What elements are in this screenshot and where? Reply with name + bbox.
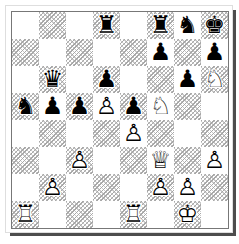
square-a6[interactable]	[12, 66, 39, 93]
piece-white-pawn-icon: ♙	[93, 93, 120, 120]
square-a2[interactable]	[12, 174, 39, 201]
square-d2[interactable]	[93, 174, 120, 201]
square-g5[interactable]	[174, 93, 201, 120]
piece-black-rook-icon: ♜	[147, 12, 174, 39]
square-e4[interactable]: ♟♙	[120, 120, 147, 147]
square-e3[interactable]	[120, 147, 147, 174]
square-h8[interactable]: ♚♚	[201, 12, 228, 39]
piece-black-pawn-icon: ♟	[201, 39, 228, 66]
square-g6[interactable]: ♟♟	[174, 66, 201, 93]
square-b2[interactable]: ♟♙	[39, 174, 66, 201]
square-c2[interactable]	[66, 174, 93, 201]
square-d3[interactable]	[93, 147, 120, 174]
diagram-frame: ♜♜♜♜♞♞♚♚♟♟♟♟♛♛♟♟♟♟♞♘♞♞♟♟♟♟♟♙♟♟♞♘♟♙♟♙♛♕♟♙…	[5, 5, 233, 233]
square-c8[interactable]	[66, 12, 93, 39]
piece-white-pawn-icon: ♙	[201, 147, 228, 174]
square-d6[interactable]: ♟♟	[93, 66, 120, 93]
piece-black-pawn-icon: ♟	[120, 93, 147, 120]
square-g7[interactable]	[174, 39, 201, 66]
square-b4[interactable]	[39, 120, 66, 147]
chess-diagram-page: ♜♜♜♜♞♞♚♚♟♟♟♟♛♛♟♟♟♟♞♘♞♞♟♟♟♟♟♙♟♟♞♘♟♙♟♙♛♕♟♙…	[0, 0, 239, 244]
piece-black-queen-icon: ♛	[39, 66, 66, 93]
square-a3[interactable]	[12, 147, 39, 174]
piece-white-knight-icon: ♘	[201, 66, 228, 93]
piece-white-rook-icon: ♖	[12, 201, 39, 228]
square-g2[interactable]: ♟♙	[174, 174, 201, 201]
square-f5[interactable]: ♞♘	[147, 93, 174, 120]
chess-board[interactable]: ♜♜♜♜♞♞♚♚♟♟♟♟♛♛♟♟♟♟♞♘♞♞♟♟♟♟♟♙♟♟♞♘♟♙♟♙♛♕♟♙…	[11, 11, 229, 229]
square-f4[interactable]	[147, 120, 174, 147]
square-f7[interactable]: ♟♟	[147, 39, 174, 66]
square-f8[interactable]: ♜♜	[147, 12, 174, 39]
piece-black-pawn-icon: ♟	[93, 66, 120, 93]
square-f6[interactable]	[147, 66, 174, 93]
square-e7[interactable]	[120, 39, 147, 66]
square-h6[interactable]: ♞♘	[201, 66, 228, 93]
square-f2[interactable]: ♟♙	[147, 174, 174, 201]
square-g4[interactable]	[174, 120, 201, 147]
square-h1[interactable]	[201, 201, 228, 228]
piece-black-pawn-icon: ♟	[174, 66, 201, 93]
square-a1[interactable]: ♜♖	[12, 201, 39, 228]
square-b1[interactable]	[39, 201, 66, 228]
piece-white-pawn-icon: ♙	[174, 174, 201, 201]
square-b6[interactable]: ♛♛	[39, 66, 66, 93]
square-e1[interactable]: ♜♖	[120, 201, 147, 228]
square-d1[interactable]	[93, 201, 120, 228]
piece-white-king-icon: ♔	[174, 201, 201, 228]
piece-white-pawn-icon: ♙	[39, 174, 66, 201]
square-e8[interactable]	[120, 12, 147, 39]
piece-white-rook-icon: ♖	[120, 201, 147, 228]
piece-black-pawn-icon: ♟	[147, 39, 174, 66]
square-f1[interactable]	[147, 201, 174, 228]
square-a7[interactable]	[12, 39, 39, 66]
square-h3[interactable]: ♟♙	[201, 147, 228, 174]
square-c5[interactable]: ♟♟	[66, 93, 93, 120]
square-a8[interactable]	[12, 12, 39, 39]
square-b3[interactable]	[39, 147, 66, 174]
piece-white-knight-icon: ♘	[147, 93, 174, 120]
square-g3[interactable]	[174, 147, 201, 174]
square-h2[interactable]	[201, 174, 228, 201]
square-d5[interactable]: ♟♙	[93, 93, 120, 120]
piece-black-rook-icon: ♜	[93, 12, 120, 39]
square-a5[interactable]: ♞♞	[12, 93, 39, 120]
square-b5[interactable]: ♟♟	[39, 93, 66, 120]
square-c7[interactable]	[66, 39, 93, 66]
piece-black-knight-icon: ♞	[174, 12, 201, 39]
square-b8[interactable]	[39, 12, 66, 39]
square-d4[interactable]	[93, 120, 120, 147]
piece-black-knight-icon: ♞	[12, 93, 39, 120]
square-d8[interactable]: ♜♜	[93, 12, 120, 39]
square-b7[interactable]	[39, 39, 66, 66]
piece-black-king-icon: ♚	[201, 12, 228, 39]
square-e5[interactable]: ♟♟	[120, 93, 147, 120]
square-c4[interactable]	[66, 120, 93, 147]
piece-black-pawn-icon: ♟	[39, 93, 66, 120]
square-h4[interactable]	[201, 120, 228, 147]
square-c1[interactable]	[66, 201, 93, 228]
square-h5[interactable]	[201, 93, 228, 120]
square-c6[interactable]	[66, 66, 93, 93]
square-g8[interactable]: ♞♞	[174, 12, 201, 39]
piece-white-pawn-icon: ♙	[66, 147, 93, 174]
square-f3[interactable]: ♛♕	[147, 147, 174, 174]
square-h7[interactable]: ♟♟	[201, 39, 228, 66]
piece-black-pawn-icon: ♟	[66, 93, 93, 120]
square-c3[interactable]: ♟♙	[66, 147, 93, 174]
square-d7[interactable]	[93, 39, 120, 66]
square-e6[interactable]	[120, 66, 147, 93]
piece-white-pawn-icon: ♙	[120, 120, 147, 147]
square-g1[interactable]: ♚♔	[174, 201, 201, 228]
piece-white-pawn-icon: ♙	[147, 174, 174, 201]
square-e2[interactable]	[120, 174, 147, 201]
piece-white-queen-icon: ♕	[147, 147, 174, 174]
square-a4[interactable]	[12, 120, 39, 147]
